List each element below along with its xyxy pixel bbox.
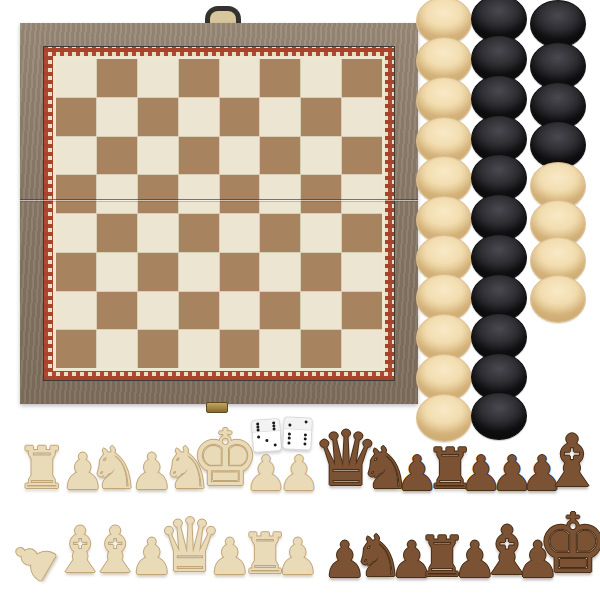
die-pip: [265, 439, 268, 442]
board-grid: [56, 59, 382, 368]
board-square-a6: [56, 137, 96, 175]
light-pawn: ♟: [276, 532, 321, 582]
board-square-b4: [97, 214, 137, 252]
board-square-d5: [179, 175, 219, 213]
board-square-e7: [220, 98, 260, 136]
board-square-b7: [97, 98, 137, 136]
board-square-b5: [97, 175, 137, 213]
board-square-g2: [301, 292, 341, 330]
board-square-h8: [342, 59, 382, 97]
board-square-e8: [220, 59, 260, 97]
board-square-e3: [220, 253, 260, 291]
board-square-f7: [260, 98, 300, 136]
board-square-a5: [56, 175, 96, 213]
die-pip: [304, 433, 307, 436]
board-square-g1: [301, 330, 341, 368]
board-square-g4: [301, 214, 341, 252]
board-square-b6: [97, 137, 137, 175]
board-square-a3: [56, 253, 96, 291]
board-square-c3: [138, 253, 178, 291]
die-pip: [288, 437, 291, 440]
dark-king: ♚: [536, 503, 600, 585]
board-square-c2: [138, 292, 178, 330]
checker-disc-dark: [471, 392, 527, 440]
board-square-h3: [342, 253, 382, 291]
board-square-f3: [260, 253, 300, 291]
board-square-d2: [179, 292, 219, 330]
checker-disc-dark: [530, 0, 586, 48]
board-square-g3: [301, 253, 341, 291]
board-square-c4: [138, 214, 178, 252]
board-square-b2: [97, 292, 137, 330]
board-square-e5: [220, 175, 260, 213]
board-square-d4: [179, 214, 219, 252]
board-square-g7: [301, 98, 341, 136]
board-square-a1: [56, 330, 96, 368]
board-square-c1: [138, 330, 178, 368]
board-square-h1: [342, 330, 382, 368]
board-square-d1: [179, 330, 219, 368]
board-square-b8: [97, 59, 137, 97]
board-square-b3: [97, 253, 137, 291]
board-square-e6: [220, 137, 260, 175]
board-square-f5: [260, 175, 300, 213]
board-square-a2: [56, 292, 96, 330]
board-square-c7: [138, 98, 178, 136]
board-square-e1: [220, 330, 260, 368]
board-square-g6: [301, 137, 341, 175]
board-square-b1: [97, 330, 137, 368]
board-square-e2: [220, 292, 260, 330]
board-square-f8: [260, 59, 300, 97]
board-square-c6: [138, 137, 178, 175]
board-square-a8: [56, 59, 96, 97]
board-square-h5: [342, 175, 382, 213]
mosaic-border: [43, 46, 395, 381]
board-square-h6: [342, 137, 382, 175]
board-square-f6: [260, 137, 300, 175]
board-square-a7: [56, 98, 96, 136]
board-inner-frame: [53, 56, 385, 371]
die-pip: [303, 438, 306, 441]
board-square-h7: [342, 98, 382, 136]
board-square-f4: [260, 214, 300, 252]
board-square-f1: [260, 330, 300, 368]
board-fold-seam: [20, 199, 418, 202]
dark-bishop: ♝: [540, 425, 600, 497]
brass-latch: [206, 402, 228, 413]
board-square-h2: [342, 292, 382, 330]
folding-chessboard: [20, 23, 418, 404]
die-pip: [289, 424, 292, 427]
checker-disc-light: [416, 394, 472, 442]
board-square-c8: [138, 59, 178, 97]
board-square-c5: [138, 175, 178, 213]
board-square-d6: [179, 137, 219, 175]
checker-disc-light: [530, 275, 586, 323]
die-pip: [272, 427, 275, 430]
board-square-d7: [179, 98, 219, 136]
board-square-g8: [301, 59, 341, 97]
board-square-g5: [301, 175, 341, 213]
board-square-d3: [179, 253, 219, 291]
board-square-e4: [220, 214, 260, 252]
product-photo-stage: ♜♟♞♟♞♚♟♟♟♝♝♟♛♟♜♟♛♞♟♜♟♟♟♝♟♞♟♜♟♝♟♚: [0, 0, 600, 600]
board-square-a4: [56, 214, 96, 252]
board-square-h4: [342, 214, 382, 252]
board-square-f2: [260, 292, 300, 330]
die-pip: [288, 432, 291, 435]
board-square-d8: [179, 59, 219, 97]
